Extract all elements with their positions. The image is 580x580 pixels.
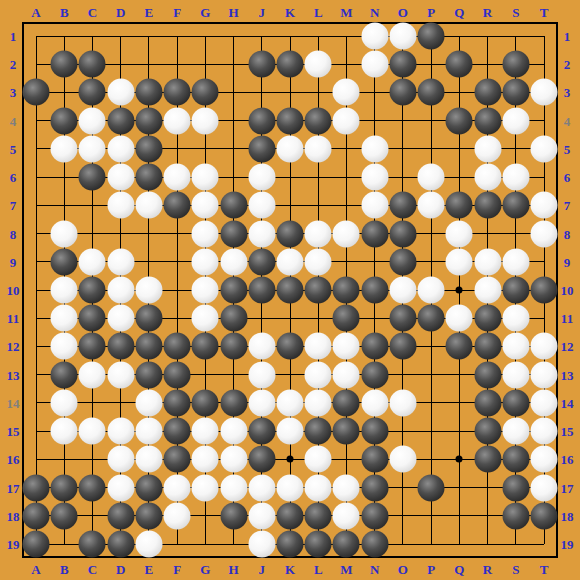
white-stone <box>502 333 529 360</box>
row-label-right: 8 <box>564 227 571 240</box>
row-label-left: 12 <box>7 340 20 353</box>
white-stone <box>51 220 78 247</box>
white-stone <box>277 248 304 275</box>
col-label-top: A <box>31 6 40 19</box>
white-stone <box>418 192 445 219</box>
white-stone <box>248 502 275 529</box>
black-stone <box>502 192 529 219</box>
row-label-right: 18 <box>561 509 574 522</box>
white-stone <box>220 474 247 501</box>
white-stone <box>361 389 388 416</box>
white-stone <box>248 333 275 360</box>
white-stone <box>192 164 219 191</box>
hoshi-dot <box>456 456 463 463</box>
row-label-right: 7 <box>564 199 571 212</box>
white-stone <box>164 164 191 191</box>
white-stone <box>107 135 134 162</box>
white-stone <box>502 418 529 445</box>
white-stone <box>305 248 332 275</box>
row-label-right: 14 <box>561 396 574 409</box>
black-stone <box>305 531 332 558</box>
black-stone <box>164 418 191 445</box>
black-stone <box>305 107 332 134</box>
col-label-bottom: S <box>512 563 519 576</box>
col-label-bottom: B <box>60 563 69 576</box>
black-stone <box>248 418 275 445</box>
row-label-left: 3 <box>10 86 17 99</box>
white-stone <box>248 531 275 558</box>
white-stone <box>192 474 219 501</box>
white-stone <box>192 248 219 275</box>
row-label-left: 4 <box>10 114 17 127</box>
black-stone <box>51 107 78 134</box>
col-label-bottom: J <box>259 563 266 576</box>
hoshi-dot <box>287 456 294 463</box>
black-stone <box>361 474 388 501</box>
white-stone <box>389 277 416 304</box>
white-stone <box>79 107 106 134</box>
col-label-bottom: R <box>483 563 492 576</box>
col-label-top: F <box>173 6 181 19</box>
white-stone <box>305 220 332 247</box>
white-stone <box>164 107 191 134</box>
black-stone <box>361 418 388 445</box>
white-stone <box>51 305 78 332</box>
black-stone <box>333 418 360 445</box>
white-stone <box>107 305 134 332</box>
white-stone <box>220 446 247 473</box>
row-label-right: 13 <box>561 368 574 381</box>
black-stone <box>502 79 529 106</box>
col-label-bottom: T <box>540 563 549 576</box>
col-label-bottom: F <box>173 563 181 576</box>
col-label-bottom: E <box>145 563 154 576</box>
white-stone <box>107 192 134 219</box>
white-stone <box>474 248 501 275</box>
black-stone <box>135 333 162 360</box>
row-label-left: 10 <box>7 284 20 297</box>
black-stone <box>79 474 106 501</box>
black-stone <box>220 502 247 529</box>
col-label-top: C <box>88 6 97 19</box>
white-stone <box>192 192 219 219</box>
row-label-right: 16 <box>561 453 574 466</box>
white-stone <box>79 248 106 275</box>
row-label-left: 7 <box>10 199 17 212</box>
white-stone <box>107 277 134 304</box>
white-stone <box>192 277 219 304</box>
black-stone <box>220 305 247 332</box>
white-stone <box>248 361 275 388</box>
white-stone <box>192 220 219 247</box>
white-stone <box>51 135 78 162</box>
black-stone <box>474 305 501 332</box>
black-stone <box>333 389 360 416</box>
white-stone <box>220 248 247 275</box>
white-stone <box>277 389 304 416</box>
black-stone <box>192 389 219 416</box>
black-stone <box>446 333 473 360</box>
white-stone <box>531 474 558 501</box>
white-stone <box>135 418 162 445</box>
black-stone <box>248 51 275 78</box>
black-stone <box>333 305 360 332</box>
white-stone <box>333 333 360 360</box>
col-label-bottom: A <box>31 563 40 576</box>
col-label-bottom: M <box>340 563 352 576</box>
white-stone <box>135 192 162 219</box>
white-stone <box>107 361 134 388</box>
black-stone <box>502 389 529 416</box>
black-stone <box>135 474 162 501</box>
black-stone <box>164 79 191 106</box>
white-stone <box>277 418 304 445</box>
white-stone <box>135 531 162 558</box>
black-stone <box>248 446 275 473</box>
black-stone <box>51 248 78 275</box>
white-stone <box>531 220 558 247</box>
black-stone <box>361 361 388 388</box>
black-stone <box>135 305 162 332</box>
black-stone <box>277 51 304 78</box>
white-stone <box>361 135 388 162</box>
col-label-top: R <box>483 6 492 19</box>
black-stone <box>474 107 501 134</box>
black-stone <box>277 220 304 247</box>
row-label-left: 17 <box>7 481 20 494</box>
row-label-right: 12 <box>561 340 574 353</box>
black-stone <box>51 502 78 529</box>
white-stone <box>305 135 332 162</box>
white-stone <box>107 248 134 275</box>
black-stone <box>51 51 78 78</box>
white-stone <box>107 474 134 501</box>
black-stone <box>79 79 106 106</box>
black-stone <box>305 277 332 304</box>
black-stone <box>220 220 247 247</box>
row-label-right: 4 <box>564 114 571 127</box>
black-stone <box>502 446 529 473</box>
white-stone <box>305 333 332 360</box>
black-stone <box>220 389 247 416</box>
hoshi-dot <box>456 287 463 294</box>
black-stone <box>474 79 501 106</box>
black-stone <box>135 135 162 162</box>
black-stone <box>79 277 106 304</box>
black-stone <box>502 51 529 78</box>
white-stone <box>531 333 558 360</box>
row-label-left: 11 <box>7 312 19 325</box>
black-stone <box>531 277 558 304</box>
col-label-top: N <box>370 6 379 19</box>
col-label-top: G <box>200 6 210 19</box>
row-label-left: 15 <box>7 425 20 438</box>
black-stone <box>277 333 304 360</box>
black-stone <box>446 51 473 78</box>
black-stone <box>220 277 247 304</box>
white-stone <box>446 305 473 332</box>
white-stone <box>333 361 360 388</box>
black-stone <box>23 79 50 106</box>
white-stone <box>446 220 473 247</box>
col-label-top: B <box>60 6 69 19</box>
white-stone <box>220 418 247 445</box>
white-stone <box>531 135 558 162</box>
white-stone <box>192 305 219 332</box>
black-stone <box>23 474 50 501</box>
white-stone <box>333 79 360 106</box>
row-label-left: 6 <box>10 171 17 184</box>
white-stone <box>474 277 501 304</box>
white-stone <box>305 361 332 388</box>
white-stone <box>531 389 558 416</box>
row-label-right: 1 <box>564 30 571 43</box>
white-stone <box>51 333 78 360</box>
col-label-top: J <box>259 6 266 19</box>
col-label-top: M <box>340 6 352 19</box>
black-stone <box>248 135 275 162</box>
black-stone <box>192 333 219 360</box>
white-stone <box>305 389 332 416</box>
col-label-top: S <box>512 6 519 19</box>
white-stone <box>135 277 162 304</box>
black-stone <box>305 418 332 445</box>
black-stone <box>389 79 416 106</box>
white-stone <box>502 248 529 275</box>
black-stone <box>164 333 191 360</box>
white-stone <box>107 79 134 106</box>
white-stone <box>277 135 304 162</box>
black-stone <box>389 248 416 275</box>
white-stone <box>248 220 275 247</box>
black-stone <box>277 502 304 529</box>
white-stone <box>51 418 78 445</box>
white-stone <box>361 51 388 78</box>
row-label-right: 17 <box>561 481 574 494</box>
row-label-right: 2 <box>564 58 571 71</box>
white-stone <box>531 192 558 219</box>
col-label-bottom: K <box>285 563 295 576</box>
white-stone <box>333 107 360 134</box>
black-stone <box>502 474 529 501</box>
white-stone <box>192 107 219 134</box>
black-stone <box>389 305 416 332</box>
col-label-bottom: O <box>398 563 408 576</box>
black-stone <box>79 164 106 191</box>
white-stone <box>305 446 332 473</box>
black-stone <box>474 333 501 360</box>
col-label-bottom: H <box>228 563 238 576</box>
white-stone <box>333 474 360 501</box>
black-stone <box>531 502 558 529</box>
black-stone <box>502 277 529 304</box>
col-label-top: H <box>228 6 238 19</box>
white-stone <box>248 474 275 501</box>
black-stone <box>389 51 416 78</box>
black-stone <box>474 418 501 445</box>
black-stone <box>277 531 304 558</box>
black-stone <box>446 107 473 134</box>
white-stone <box>389 389 416 416</box>
row-label-left: 14 <box>7 396 20 409</box>
col-label-top: L <box>314 6 323 19</box>
row-label-right: 19 <box>561 538 574 551</box>
black-stone <box>135 79 162 106</box>
black-stone <box>474 361 501 388</box>
white-stone <box>389 446 416 473</box>
white-stone <box>333 502 360 529</box>
col-label-bottom: D <box>116 563 125 576</box>
black-stone <box>418 474 445 501</box>
black-stone <box>107 107 134 134</box>
black-stone <box>107 531 134 558</box>
col-label-top: K <box>285 6 295 19</box>
row-label-right: 6 <box>564 171 571 184</box>
black-stone <box>23 531 50 558</box>
black-stone <box>418 305 445 332</box>
black-stone <box>164 446 191 473</box>
black-stone <box>502 502 529 529</box>
white-stone <box>502 107 529 134</box>
white-stone <box>164 502 191 529</box>
white-stone <box>79 135 106 162</box>
black-stone <box>107 502 134 529</box>
row-label-right: 11 <box>561 312 573 325</box>
white-stone <box>474 164 501 191</box>
black-stone <box>220 192 247 219</box>
white-stone <box>531 418 558 445</box>
black-stone <box>474 192 501 219</box>
white-stone <box>502 305 529 332</box>
row-label-left: 2 <box>10 58 17 71</box>
black-stone <box>389 333 416 360</box>
col-label-top: T <box>540 6 549 19</box>
row-label-left: 9 <box>10 255 17 268</box>
black-stone <box>135 164 162 191</box>
black-stone <box>79 51 106 78</box>
col-label-bottom: N <box>370 563 379 576</box>
black-stone <box>333 277 360 304</box>
go-board[interactable]: AABBCCDDEEFFGGHHJJKKLLMMNNOOPPQQRRSSTT11… <box>0 0 580 580</box>
black-stone <box>51 474 78 501</box>
black-stone <box>418 79 445 106</box>
black-stone <box>23 502 50 529</box>
black-stone <box>135 502 162 529</box>
white-stone <box>361 23 388 50</box>
col-label-bottom: L <box>314 563 323 576</box>
black-stone <box>135 107 162 134</box>
black-stone <box>164 192 191 219</box>
row-label-right: 3 <box>564 86 571 99</box>
white-stone <box>107 418 134 445</box>
black-stone <box>361 502 388 529</box>
col-label-bottom: Q <box>454 563 464 576</box>
black-stone <box>51 361 78 388</box>
white-stone <box>164 474 191 501</box>
black-stone <box>361 446 388 473</box>
black-stone <box>79 531 106 558</box>
black-stone <box>164 361 191 388</box>
col-label-top: Q <box>454 6 464 19</box>
row-label-left: 19 <box>7 538 20 551</box>
black-stone <box>361 277 388 304</box>
black-stone <box>361 531 388 558</box>
white-stone <box>192 446 219 473</box>
row-label-right: 5 <box>564 142 571 155</box>
white-stone <box>361 192 388 219</box>
white-stone <box>79 361 106 388</box>
col-label-top: E <box>145 6 154 19</box>
black-stone <box>361 220 388 247</box>
white-stone <box>474 135 501 162</box>
white-stone <box>51 389 78 416</box>
black-stone <box>474 389 501 416</box>
white-stone <box>248 389 275 416</box>
black-stone <box>418 23 445 50</box>
black-stone <box>333 531 360 558</box>
black-stone <box>107 333 134 360</box>
white-stone <box>192 418 219 445</box>
col-label-bottom: G <box>200 563 210 576</box>
row-label-right: 9 <box>564 255 571 268</box>
row-label-left: 16 <box>7 453 20 466</box>
white-stone <box>107 446 134 473</box>
white-stone <box>446 248 473 275</box>
black-stone <box>248 277 275 304</box>
white-stone <box>361 164 388 191</box>
white-stone <box>418 164 445 191</box>
white-stone <box>531 79 558 106</box>
black-stone <box>192 79 219 106</box>
col-label-bottom: C <box>88 563 97 576</box>
black-stone <box>277 277 304 304</box>
black-stone <box>79 333 106 360</box>
black-stone <box>446 192 473 219</box>
black-stone <box>220 333 247 360</box>
white-stone <box>389 23 416 50</box>
white-stone <box>502 164 529 191</box>
black-stone <box>389 192 416 219</box>
black-stone <box>79 305 106 332</box>
white-stone <box>107 164 134 191</box>
black-stone <box>277 107 304 134</box>
row-label-right: 15 <box>561 425 574 438</box>
row-label-right: 10 <box>561 284 574 297</box>
black-stone <box>474 446 501 473</box>
white-stone <box>305 474 332 501</box>
black-stone <box>248 248 275 275</box>
black-stone <box>164 389 191 416</box>
white-stone <box>502 361 529 388</box>
white-stone <box>277 474 304 501</box>
white-stone <box>531 446 558 473</box>
col-label-bottom: P <box>427 563 435 576</box>
white-stone <box>135 389 162 416</box>
col-label-top: O <box>398 6 408 19</box>
white-stone <box>248 192 275 219</box>
black-stone <box>135 361 162 388</box>
row-label-left: 8 <box>10 227 17 240</box>
black-stone <box>248 107 275 134</box>
black-stone <box>389 220 416 247</box>
white-stone <box>333 220 360 247</box>
row-label-left: 5 <box>10 142 17 155</box>
row-label-left: 18 <box>7 509 20 522</box>
white-stone <box>135 446 162 473</box>
row-label-left: 1 <box>10 30 17 43</box>
black-stone <box>305 502 332 529</box>
col-label-top: D <box>116 6 125 19</box>
